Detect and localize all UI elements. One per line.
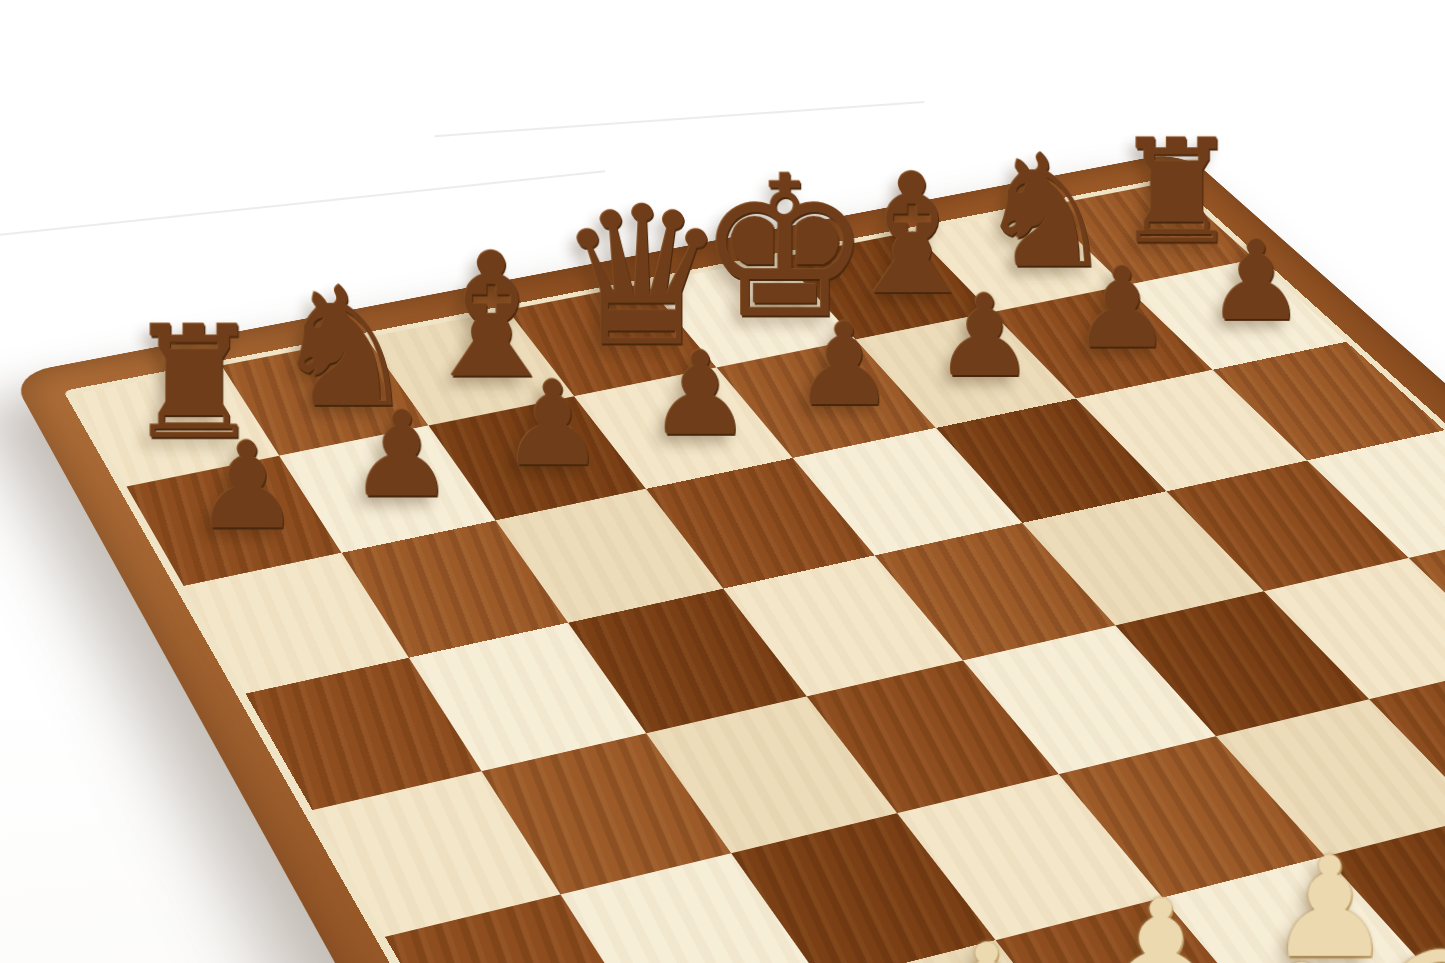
piece-black-pawn[interactable]: ♟ (1044, 257, 1200, 359)
board-maple-inlay: ♜♞♝♛♚♝♞♜♟♟♟♟♟♟♟♟♟♟♟♟♟♟♟♟♜♞♝♛♚♝♞♜ (63, 177, 1445, 963)
piece-black-pawn[interactable]: ♟ (619, 341, 781, 447)
piece-black-pawn[interactable]: ♟ (1179, 230, 1333, 331)
piece-black-pawn[interactable]: ♟ (471, 370, 635, 477)
chess-board: ♜♞♝♛♚♝♞♜♟♟♟♟♟♟♟♟♟♟♟♟♟♟♟♟♜♞♝♛♚♝♞♜ (10, 151, 1445, 963)
piece-black-pawn[interactable]: ♟ (319, 400, 485, 509)
piece-black-pawn[interactable]: ♟ (764, 312, 924, 417)
board-grid: ♜♞♝♛♚♝♞♜♟♟♟♟♟♟♟♟♟♟♟♟♟♟♟♟♜♞♝♛♚♝♞♜ (73, 182, 1445, 963)
piece-white-pawn[interactable]: ♟ (886, 931, 1087, 963)
scene: ♜♞♝♛♚♝♞♜♟♟♟♟♟♟♟♟♟♟♟♟♟♟♟♟♜♞♝♛♚♝♞♜ (0, 0, 1445, 963)
piece-white-queen[interactable]: ♛ (1187, 944, 1395, 963)
piece-black-pawn[interactable]: ♟ (906, 285, 1064, 389)
piece-black-pawn[interactable]: ♟ (163, 431, 331, 541)
